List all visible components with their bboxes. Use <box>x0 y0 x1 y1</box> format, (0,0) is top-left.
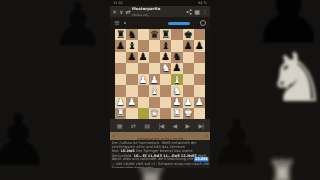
square-a6[interactable] <box>115 52 126 63</box>
book-icon[interactable]: ▤ <box>144 123 149 129</box>
page-title: Musterpartie <box>132 7 161 11</box>
flip-icon[interactable]: ⇄ <box>125 9 130 15</box>
square-d1[interactable]: ♛ <box>149 108 160 119</box>
record-icon[interactable] <box>200 20 206 26</box>
next-chapter-icon[interactable]: › <box>205 133 208 140</box>
white-n-piece: ♞ <box>161 63 170 73</box>
white-q-piece: ♛ <box>150 108 159 118</box>
square-g7[interactable]: ♟ <box>183 40 194 51</box>
chevron-down-icon[interactable]: ∨ <box>119 9 123 15</box>
moves-panel[interactable]: Der Aufbau ist harmonisch: Weiß entwicke… <box>110 140 210 168</box>
square-g8[interactable]: ♚ <box>183 29 194 40</box>
square-b7[interactable]: ♝ <box>126 40 137 51</box>
square-c4[interactable]: ♟ <box>138 74 149 85</box>
square-f5[interactable]: ♟ <box>171 63 182 74</box>
square-a2[interactable]: ♟ <box>115 97 126 108</box>
black-p-piece: ♟ <box>161 52 170 62</box>
square-a7[interactable]: ♟ <box>115 40 126 51</box>
square-h5[interactable] <box>194 63 205 74</box>
share-icon[interactable] <box>186 9 192 15</box>
white-b-piece: ♝ <box>172 75 181 85</box>
square-f6[interactable]: ♞ <box>171 52 182 63</box>
white-n-piece: ♞ <box>172 86 181 96</box>
square-g1[interactable]: ♚ <box>183 108 194 119</box>
square-h3[interactable] <box>194 85 205 96</box>
white-r-piece: ♜ <box>116 108 125 118</box>
white-p-piece: ♟ <box>127 97 136 107</box>
chapter-counter: Kapitel 14/64 <box>137 132 182 136</box>
black-n-piece: ♞ <box>127 30 136 40</box>
close-icon[interactable]: × <box>112 9 117 15</box>
white-p-piece: ♟ <box>116 97 125 107</box>
first-move-icon[interactable]: |◀ <box>158 123 163 129</box>
square-e5[interactable]: ♞ <box>160 63 171 74</box>
flip-board-icon[interactable]: ⇄ <box>131 123 135 129</box>
square-e4[interactable] <box>160 74 171 85</box>
status-time: 11:51 <box>113 1 123 5</box>
white-knight-silhouette-right: ♞ <box>266 44 320 112</box>
white-b-piece: ♝ <box>150 86 159 96</box>
square-c8[interactable] <box>138 29 149 40</box>
square-e8[interactable]: ♜ <box>160 29 171 40</box>
square-a8[interactable]: ♜ <box>115 29 126 40</box>
black-p-piece: ♟ <box>127 52 136 62</box>
black-p-piece: ♟ <box>116 41 125 51</box>
square-g5[interactable] <box>183 63 194 74</box>
study-sub-bar: ≡ <box>110 17 210 29</box>
black-q-piece: ♛ <box>150 30 159 40</box>
square-f8[interactable] <box>171 29 182 40</box>
square-h4[interactable] <box>194 74 205 85</box>
square-f4[interactable]: ♝ <box>171 74 182 85</box>
square-e1[interactable] <box>160 108 171 119</box>
square-c7[interactable] <box>138 40 149 51</box>
white-k-piece: ♚ <box>184 108 193 118</box>
white-p-piece: ♟ <box>172 97 181 107</box>
chapters-menu-icon[interactable]: ≡ <box>114 20 120 27</box>
black-k-piece: ♚ <box>184 30 193 40</box>
chapter-bar: ‹ Kapitel 14/64 Damengambit: Aufbau mit … <box>110 132 210 140</box>
square-c3[interactable] <box>138 85 149 96</box>
black-r-piece: ♜ <box>116 30 125 40</box>
square-f3[interactable]: ♞ <box>171 85 182 96</box>
next-move-icon[interactable]: ▶ <box>186 123 190 129</box>
square-c5[interactable] <box>138 63 149 74</box>
chess-board[interactable]: ♜♞♛♜♚♟♝♝♟♟♟♟♟♞♞♟♟♟♝♝♞♟♟♟♟♟♜♛♜♚ <box>115 29 205 119</box>
white-p-piece: ♟ <box>184 97 193 107</box>
square-b4[interactable] <box>126 74 137 85</box>
square-c6[interactable]: ♟ <box>138 52 149 63</box>
comment-text: — der Läufer zielt auf c7. Schwarz muss … <box>112 161 209 168</box>
board-menu-icon[interactable]: ▦ <box>117 123 122 129</box>
last-move-icon[interactable]: ▶| <box>199 123 204 129</box>
square-a5[interactable] <box>115 63 126 74</box>
square-b1[interactable] <box>126 108 137 119</box>
square-g3[interactable] <box>183 85 194 96</box>
square-d4[interactable]: ♟ <box>149 74 160 85</box>
black-b-piece: ♝ <box>161 41 170 51</box>
eval-gauge <box>168 22 190 25</box>
square-d7[interactable] <box>149 40 160 51</box>
video-frame: ♟♟♟♞♟♛♜ 11:51 94 % × ∨ ⇄ Musterpartie li… <box>0 0 320 180</box>
square-f2[interactable]: ♟ <box>171 97 182 108</box>
sync-dot-icon <box>124 22 126 24</box>
square-c2[interactable] <box>138 97 149 108</box>
square-g4[interactable] <box>183 74 194 85</box>
prev-move-icon[interactable]: ◀ <box>172 123 176 129</box>
square-e2[interactable] <box>160 97 171 108</box>
black-r-piece: ♜ <box>161 30 170 40</box>
black-p-piece: ♟ <box>184 41 193 51</box>
square-e6[interactable]: ♟ <box>160 52 171 63</box>
title-block: Musterpartie lichess.org <box>132 5 184 18</box>
white-p-piece: ♟ <box>195 97 204 107</box>
square-a1[interactable]: ♜ <box>115 108 126 119</box>
phone-screenshot: 11:51 94 % × ∨ ⇄ Musterpartie lichess.or… <box>110 0 210 168</box>
rook-blur-bottom: ♜ <box>266 156 298 180</box>
square-b3[interactable] <box>126 85 137 96</box>
status-battery: 94 % <box>198 1 207 5</box>
square-d5[interactable] <box>149 63 160 74</box>
square-b8[interactable]: ♞ <box>126 29 137 40</box>
square-e3[interactable] <box>160 85 171 96</box>
square-h2[interactable]: ♟ <box>194 97 205 108</box>
board-icon[interactable]: ▦ <box>194 9 200 15</box>
square-f7[interactable] <box>171 40 182 51</box>
square-b5[interactable] <box>126 63 137 74</box>
square-g2[interactable]: ♟ <box>183 97 194 108</box>
square-h6[interactable] <box>194 52 205 63</box>
black-p-piece: ♟ <box>172 63 181 73</box>
square-e7[interactable]: ♝ <box>160 40 171 51</box>
square-d2[interactable] <box>149 97 160 108</box>
white-p-piece: ♟ <box>150 75 159 85</box>
overflow-menu-icon[interactable]: ⋮ <box>202 9 208 15</box>
square-h1[interactable] <box>194 108 205 119</box>
square-g6[interactable] <box>183 52 194 63</box>
black-p-piece: ♟ <box>139 52 148 62</box>
square-f1[interactable]: ♜ <box>171 108 182 119</box>
square-d6[interactable] <box>149 52 160 63</box>
square-a4[interactable] <box>115 74 126 85</box>
white-r-piece: ♜ <box>172 108 181 118</box>
square-a3[interactable] <box>115 85 126 96</box>
white-p-piece: ♟ <box>139 75 148 85</box>
page-subtitle: lichess.org <box>132 13 158 17</box>
square-b2[interactable]: ♟ <box>126 97 137 108</box>
pawn-silhouette-bottom-right: ♟ <box>208 110 265 174</box>
square-d8[interactable]: ♛ <box>149 29 160 40</box>
square-b6[interactable]: ♟ <box>126 52 137 63</box>
pawn-silhouette-bottom-left: ♟ <box>0 104 51 176</box>
black-b-piece: ♝ <box>127 41 136 51</box>
square-h8[interactable] <box>194 29 205 40</box>
black-p-piece: ♟ <box>195 41 204 51</box>
square-c1[interactable] <box>138 108 149 119</box>
app-bar: × ∨ ⇄ Musterpartie lichess.org ▦ ⋮ <box>110 6 210 17</box>
black-n-piece: ♞ <box>172 52 181 62</box>
square-h7[interactable]: ♟ <box>194 40 205 51</box>
annotation-text: Der Aufbau ist harmonisch: Weiß entwicke… <box>110 140 210 168</box>
pawn-silhouette-top-left: ♟ <box>50 0 106 56</box>
square-d3[interactable]: ♝ <box>149 85 160 96</box>
